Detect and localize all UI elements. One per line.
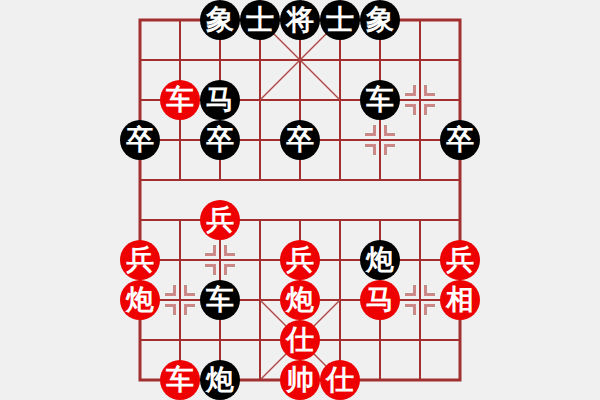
last-move-marker bbox=[405, 285, 435, 315]
piece-black-soldier[interactable]: 卒 bbox=[120, 120, 160, 160]
xiangqi-board-screen: 象士将士象车马车卒卒卒卒兵兵兵炮兵炮车炮马相仕车炮帅仕 bbox=[0, 0, 600, 400]
piece-red-advisor[interactable]: 仕 bbox=[280, 320, 320, 360]
piece-red-cannon[interactable]: 炮 bbox=[120, 280, 160, 320]
marker-corner bbox=[424, 85, 435, 96]
piece-black-cannon[interactable]: 炮 bbox=[360, 240, 400, 280]
marker-corner bbox=[405, 285, 416, 296]
piece-black-chariot[interactable]: 车 bbox=[360, 80, 400, 120]
marker-corner bbox=[224, 245, 235, 256]
piece-red-elephant[interactable]: 相 bbox=[440, 280, 480, 320]
piece-black-general[interactable]: 将 bbox=[280, 0, 320, 40]
piece-red-general[interactable]: 帅 bbox=[280, 360, 320, 400]
marker-corner bbox=[224, 264, 235, 275]
piece-black-advisor[interactable]: 士 bbox=[240, 0, 280, 40]
piece-black-soldier[interactable]: 卒 bbox=[200, 120, 240, 160]
last-move-marker bbox=[405, 85, 435, 115]
marker-corner bbox=[365, 125, 376, 136]
marker-corner bbox=[384, 125, 395, 136]
piece-black-soldier[interactable]: 卒 bbox=[280, 120, 320, 160]
marker-corner bbox=[384, 144, 395, 155]
marker-corner bbox=[424, 304, 435, 315]
marker-corner bbox=[205, 264, 216, 275]
piece-red-chariot[interactable]: 车 bbox=[160, 80, 200, 120]
marker-corner bbox=[405, 85, 416, 96]
piece-red-soldier[interactable]: 兵 bbox=[280, 240, 320, 280]
piece-red-soldier[interactable]: 兵 bbox=[440, 240, 480, 280]
piece-black-elephant[interactable]: 象 bbox=[200, 0, 240, 40]
piece-red-soldier[interactable]: 兵 bbox=[120, 240, 160, 280]
piece-black-soldier[interactable]: 卒 bbox=[440, 120, 480, 160]
piece-red-chariot[interactable]: 车 bbox=[160, 360, 200, 400]
last-move-marker bbox=[205, 245, 235, 275]
marker-corner bbox=[184, 285, 195, 296]
marker-corner bbox=[424, 104, 435, 115]
piece-black-cannon[interactable]: 炮 bbox=[200, 360, 240, 400]
marker-corner bbox=[365, 144, 376, 155]
piece-red-advisor[interactable]: 仕 bbox=[320, 360, 360, 400]
last-move-marker bbox=[365, 125, 395, 155]
marker-corner bbox=[424, 285, 435, 296]
piece-red-horse[interactable]: 马 bbox=[360, 280, 400, 320]
piece-red-soldier[interactable]: 兵 bbox=[200, 200, 240, 240]
piece-black-elephant[interactable]: 象 bbox=[360, 0, 400, 40]
marker-corner bbox=[165, 285, 176, 296]
last-move-marker bbox=[165, 285, 195, 315]
piece-black-chariot[interactable]: 车 bbox=[200, 280, 240, 320]
piece-red-cannon[interactable]: 炮 bbox=[280, 280, 320, 320]
marker-corner bbox=[205, 245, 216, 256]
marker-corner bbox=[184, 304, 195, 315]
marker-corner bbox=[405, 104, 416, 115]
marker-corner bbox=[165, 304, 176, 315]
marker-corner bbox=[405, 304, 416, 315]
piece-black-horse[interactable]: 马 bbox=[200, 80, 240, 120]
piece-black-advisor[interactable]: 士 bbox=[320, 0, 360, 40]
